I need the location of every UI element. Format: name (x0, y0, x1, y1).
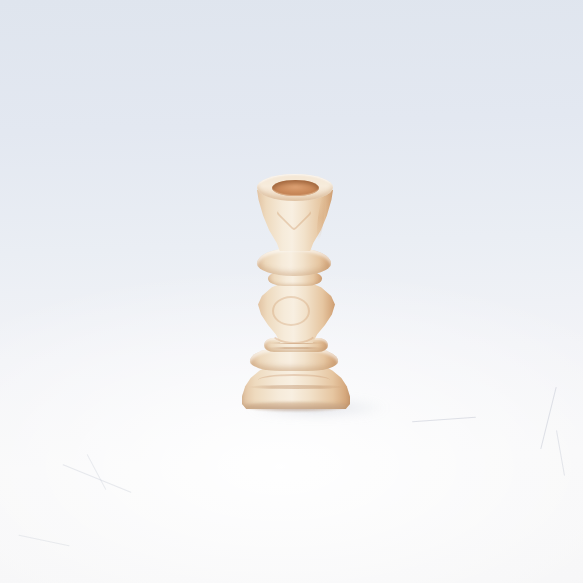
plaster-crack (540, 387, 556, 449)
plaster-crack (63, 464, 132, 493)
wood-grain (258, 374, 330, 386)
wood-grain (268, 312, 320, 344)
plaster-crack (87, 454, 107, 490)
plaster-crack (412, 417, 476, 422)
plaster-crack (18, 535, 69, 547)
base-bottom-edge (246, 402, 346, 411)
piece-collar-ring (257, 248, 331, 276)
product-photo-scene (0, 0, 583, 583)
ridge-line (268, 347, 324, 349)
candle-socket-hole (272, 180, 319, 196)
plaster-crack (556, 430, 565, 475)
